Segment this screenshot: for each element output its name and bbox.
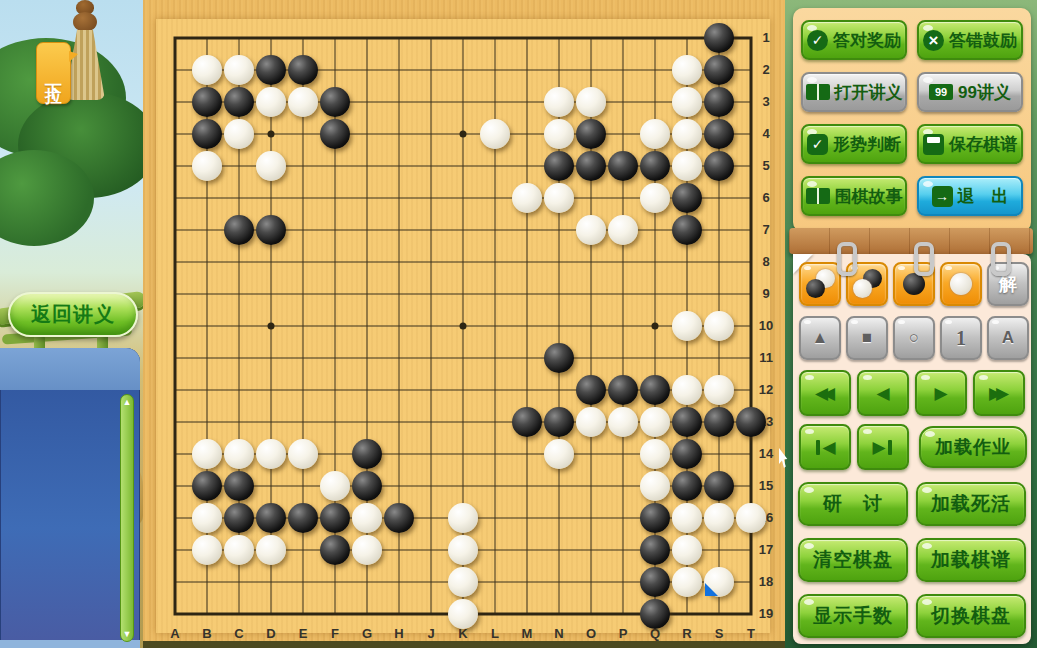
tassel-straw: [65, 30, 105, 100]
button-label: 99讲义: [958, 81, 1011, 104]
check-circle-icon: ✓: [807, 30, 828, 51]
stone-Q12[interactable]: [640, 375, 670, 405]
col-label-G: G: [357, 626, 377, 641]
show-move-numbers-button[interactable]: 显示手数: [798, 594, 908, 638]
step-forward-icon: ▶: [934, 383, 947, 404]
stone-S12[interactable]: [704, 375, 734, 405]
open-book-icon: [806, 84, 830, 100]
col-label-B: B: [197, 626, 217, 641]
play-white-button[interactable]: [940, 262, 982, 306]
col-label-R: R: [677, 626, 697, 641]
stone-G16[interactable]: [352, 503, 382, 533]
play-black-white-button[interactable]: [799, 262, 841, 306]
to-end-bar-icon: [888, 440, 892, 455]
nav-buttons: ◀▶: [799, 424, 909, 470]
stone-P13[interactable]: [608, 407, 638, 437]
stone-G14[interactable]: [352, 439, 382, 469]
square-marker-button[interactable]: ■: [846, 316, 888, 360]
stone-D3[interactable]: [256, 87, 286, 117]
stone-O4[interactable]: [576, 119, 606, 149]
row-label-15: 15: [753, 478, 779, 494]
stone-B14[interactable]: [192, 439, 222, 469]
stone-D16[interactable]: [256, 503, 286, 533]
clear-board-button[interactable]: 清空棋盘: [798, 538, 908, 582]
pull-down-bubble[interactable]: 下拉: [36, 42, 71, 104]
row-label-19: 19: [753, 606, 779, 622]
col-label-C: C: [229, 626, 249, 641]
col-label-H: H: [389, 626, 409, 641]
button-label: 围棋故事: [835, 185, 903, 208]
letter-marker-button[interactable]: A: [987, 316, 1029, 360]
save-kifu-button[interactable]: 保存棋谱: [917, 124, 1023, 164]
stone-G15[interactable]: [352, 471, 382, 501]
lecture-panel-footer: [0, 640, 140, 648]
stone-D14[interactable]: [256, 439, 286, 469]
stone-Q17[interactable]: [640, 535, 670, 565]
floppy-save-icon: [923, 134, 944, 155]
stone-S13[interactable]: [704, 407, 734, 437]
load-kifu-button[interactable]: 加载棋谱: [916, 538, 1026, 582]
stone-T13[interactable]: [736, 407, 766, 437]
stone-N4[interactable]: [544, 119, 574, 149]
button-label: 研 讨: [823, 491, 883, 517]
triangle-marker-button[interactable]: ▲: [799, 316, 841, 360]
scroll-up-icon[interactable]: ▲: [123, 397, 132, 407]
stone-D2[interactable]: [256, 55, 286, 85]
stone-N14[interactable]: [544, 439, 574, 469]
cross-circle-icon: ×: [923, 30, 944, 51]
stone-S1[interactable]: [704, 23, 734, 53]
stone-Q18[interactable]: [640, 567, 670, 597]
binder-ring: [991, 242, 1011, 276]
nav-row: ◀▶ 加载作业: [799, 424, 1027, 470]
stone-D5[interactable]: [256, 151, 286, 181]
stone-C15[interactable]: [224, 471, 254, 501]
stone-M13[interactable]: [512, 407, 542, 437]
stone-H16[interactable]: [384, 503, 414, 533]
binder-ring: [914, 242, 934, 276]
row-label-5: 5: [753, 158, 779, 174]
left-scene: 下拉 返回讲义 ▲ ▼: [0, 0, 143, 648]
number-marker-icon: 1: [956, 327, 966, 350]
goban[interactable]: ABCDEFGHJKLMNOPQRST 12345678910111213141…: [143, 0, 791, 648]
stone-Q4[interactable]: [640, 119, 670, 149]
stone-R3[interactable]: [672, 87, 702, 117]
white-stone-icon: [950, 273, 972, 295]
stone-O3[interactable]: [576, 87, 606, 117]
stone-B3[interactable]: [192, 87, 222, 117]
stone-R5[interactable]: [672, 151, 702, 181]
lecture-scrollbar[interactable]: ▲ ▼: [120, 394, 134, 642]
stone-P12[interactable]: [608, 375, 638, 405]
to-end-button[interactable]: ▶: [857, 424, 909, 470]
tassel-bead: [73, 12, 97, 32]
row-label-11: 11: [753, 350, 779, 366]
to-end-icon: ▶: [872, 437, 885, 458]
col-label-E: E: [293, 626, 313, 641]
stone-S2[interactable]: [704, 55, 734, 85]
stone-T16[interactable]: [736, 503, 766, 533]
circle-marker-icon: ○: [909, 328, 919, 348]
stone-R4[interactable]: [672, 119, 702, 149]
stone-Q6[interactable]: [640, 183, 670, 213]
stone-N5[interactable]: [544, 151, 574, 181]
row-label-8: 8: [753, 254, 779, 270]
row-label-14: 14: [753, 446, 779, 462]
stone-S16[interactable]: [704, 503, 734, 533]
stone-N13[interactable]: [544, 407, 574, 437]
exit-button[interactable]: →退 出: [917, 176, 1023, 216]
rewind-button[interactable]: ◀◀: [799, 370, 851, 416]
stone-F17[interactable]: [320, 535, 350, 565]
black-stone-icon: [903, 273, 925, 295]
stone-R10[interactable]: [672, 311, 702, 341]
judge-position-button[interactable]: ✓形势判断: [801, 124, 907, 164]
menu-buttons: ✓答对奖励×答错鼓励打开讲义9999讲义✓形势判断保存棋谱围棋故事→退 出: [801, 20, 1023, 216]
stone-L4[interactable]: [480, 119, 510, 149]
stone-M6[interactable]: [512, 183, 542, 213]
stone-Q16[interactable]: [640, 503, 670, 533]
stone-R13[interactable]: [672, 407, 702, 437]
row-label-6: 6: [753, 190, 779, 206]
wrong-encourage-button[interactable]: ×答错鼓励: [917, 20, 1023, 60]
col-label-D: D: [261, 626, 281, 641]
stone-K17[interactable]: [448, 535, 478, 565]
row-label-4: 4: [753, 126, 779, 142]
button-label: 加载棋谱: [931, 547, 1011, 573]
stone-K16[interactable]: [448, 503, 478, 533]
stone-B5[interactable]: [192, 151, 222, 181]
stone-C4[interactable]: [224, 119, 254, 149]
binder-ring: [837, 242, 857, 276]
button-label: 答错鼓励: [949, 29, 1017, 52]
button-label: 形势判断: [833, 133, 901, 156]
stone-B15[interactable]: [192, 471, 222, 501]
stone-R16[interactable]: [672, 503, 702, 533]
open-lecture-button[interactable]: 打开讲义: [801, 72, 907, 112]
stone-C7[interactable]: [224, 215, 254, 245]
stone-R14[interactable]: [672, 439, 702, 469]
stone-C14[interactable]: [224, 439, 254, 469]
col-label-P: P: [613, 626, 633, 641]
stone-C17[interactable]: [224, 535, 254, 565]
button-label: 切换棋盘: [931, 603, 1011, 629]
stone-E2[interactable]: [288, 55, 318, 85]
stone-C16[interactable]: [224, 503, 254, 533]
book-99-icon: 99: [929, 84, 953, 100]
discuss-button[interactable]: 研 讨: [798, 482, 908, 526]
step-back-button[interactable]: ◀: [857, 370, 909, 416]
black-stone-icon: [806, 279, 825, 298]
fast-forward-button[interactable]: ▶▶: [973, 370, 1025, 416]
col-label-F: F: [325, 626, 345, 641]
stone-C2[interactable]: [224, 55, 254, 85]
stone-N11[interactable]: [544, 343, 574, 373]
square-marker-icon: ■: [862, 328, 872, 348]
stone-B17[interactable]: [192, 535, 222, 565]
stone-F15[interactable]: [320, 471, 350, 501]
move-marker-triangle: [705, 583, 718, 596]
stone-B16[interactable]: [192, 503, 222, 533]
stone-N3[interactable]: [544, 87, 574, 117]
button-label: 显示手数: [813, 603, 893, 629]
button-label: 打开讲义: [835, 81, 903, 104]
stone-E14[interactable]: [288, 439, 318, 469]
stone-E16[interactable]: [288, 503, 318, 533]
stone-O12[interactable]: [576, 375, 606, 405]
col-label-M: M: [517, 626, 537, 641]
row-label-9: 9: [753, 286, 779, 302]
stone-O7[interactable]: [576, 215, 606, 245]
switch-board-button[interactable]: 切换棋盘: [916, 594, 1026, 638]
stone-D17[interactable]: [256, 535, 286, 565]
rewind-icon: ◀◀: [815, 383, 835, 404]
stone-Q13[interactable]: [640, 407, 670, 437]
scroll-down-icon[interactable]: ▼: [123, 629, 132, 639]
stone-R7[interactable]: [672, 215, 702, 245]
menu-panel: ✓答对奖励×答错鼓励打开讲义9999讲义✓形势判断保存棋谱围棋故事→退 出: [793, 8, 1031, 232]
marker-row: ▲■○1A: [799, 316, 1029, 360]
to-start-button[interactable]: ◀: [799, 424, 851, 470]
step-back-icon: ◀: [876, 383, 889, 404]
stone-R2[interactable]: [672, 55, 702, 85]
row-label-12: 12: [753, 382, 779, 398]
row-label-7: 7: [753, 222, 779, 238]
letter-marker-icon: A: [1002, 328, 1014, 348]
stone-S4[interactable]: [704, 119, 734, 149]
lecture-99-button[interactable]: 9999讲义: [917, 72, 1023, 112]
stone-F16[interactable]: [320, 503, 350, 533]
stone-N6[interactable]: [544, 183, 574, 213]
bubble-check-icon: ✓: [807, 134, 828, 155]
button-label: 退 出: [958, 185, 1009, 208]
stone-R18[interactable]: [672, 567, 702, 597]
col-label-N: N: [549, 626, 569, 641]
stone-S15[interactable]: [704, 471, 734, 501]
stone-Q5[interactable]: [640, 151, 670, 181]
lecture-panel-header: [0, 348, 140, 390]
exit-arrow-icon: →: [932, 186, 953, 207]
circle-marker-button[interactable]: ○: [893, 316, 935, 360]
stone-O13[interactable]: [576, 407, 606, 437]
stone-R12[interactable]: [672, 375, 702, 405]
right-panel: ✓答对奖励×答错鼓励打开讲义9999讲义✓形势判断保存棋谱围棋故事→退 出 解 …: [785, 0, 1037, 648]
load-homework-button[interactable]: 加载作业: [919, 426, 1027, 468]
stone-F3[interactable]: [320, 87, 350, 117]
step-forward-button[interactable]: ▶: [915, 370, 967, 416]
col-label-O: O: [581, 626, 601, 641]
story-book-icon: [806, 188, 830, 204]
stone-S3[interactable]: [704, 87, 734, 117]
number-marker-button[interactable]: 1: [940, 316, 982, 360]
row-label-17: 17: [753, 542, 779, 558]
action-buttons: 研 讨加载死活清空棋盘加载棋谱显示手数切换棋盘: [798, 482, 1026, 638]
stone-P5[interactable]: [608, 151, 638, 181]
stone-R15[interactable]: [672, 471, 702, 501]
stone-D7[interactable]: [256, 215, 286, 245]
lecture-panel: ▲ ▼: [0, 348, 140, 648]
stone-E3[interactable]: [288, 87, 318, 117]
stone-B4[interactable]: [192, 119, 222, 149]
button-label: 保存棋谱: [949, 133, 1017, 156]
triangle-marker-icon: ▲: [812, 328, 829, 348]
fast-forward-icon: ▶▶: [989, 383, 1009, 404]
stone-S5[interactable]: [704, 151, 734, 181]
col-label-S: S: [709, 626, 729, 641]
stone-K19[interactable]: [448, 599, 478, 629]
to-start-icon: ◀: [822, 437, 835, 458]
row-label-3: 3: [753, 94, 779, 110]
button-label: 加载死活: [931, 491, 1011, 517]
load-life-death-button[interactable]: 加载死活: [916, 482, 1026, 526]
stone-Q19[interactable]: [640, 599, 670, 629]
button-label: 清空棋盘: [813, 547, 893, 573]
stone-K18[interactable]: [448, 567, 478, 597]
white-stone-icon: [853, 279, 872, 298]
stone-F4[interactable]: [320, 119, 350, 149]
row-label-10: 10: [753, 318, 779, 334]
stone-C3[interactable]: [224, 87, 254, 117]
stone-Q15[interactable]: [640, 471, 670, 501]
row-label-1: 1: [753, 30, 779, 46]
col-label-T: T: [741, 626, 761, 641]
back-to-lecture-button[interactable]: 返回讲义: [8, 292, 138, 337]
row-label-2: 2: [753, 62, 779, 78]
app-window: 下拉 返回讲义 ▲ ▼ ABCDEFGHJKLMNOPQRST 12345678…: [0, 0, 1037, 648]
stone-P7[interactable]: [608, 215, 638, 245]
stone-R17[interactable]: [672, 535, 702, 565]
tool-panel: 解 ▲■○1A ◀◀◀▶▶▶ ◀▶ 加载作业 研 讨加载死活清空棋盘加载棋谱显示…: [793, 254, 1031, 644]
go-story-button[interactable]: 围棋故事: [801, 176, 907, 216]
stone-G17[interactable]: [352, 535, 382, 565]
col-label-A: A: [165, 626, 185, 641]
stone-Q14[interactable]: [640, 439, 670, 469]
stone-B2[interactable]: [192, 55, 222, 85]
playback-row: ◀◀◀▶▶▶: [799, 370, 1025, 416]
correct-reward-button[interactable]: ✓答对奖励: [801, 20, 907, 60]
stone-R6[interactable]: [672, 183, 702, 213]
col-label-L: L: [485, 626, 505, 641]
board-bottom-edge: [143, 641, 791, 648]
row-label-18: 18: [753, 574, 779, 590]
stone-O5[interactable]: [576, 151, 606, 181]
stone-S10[interactable]: [704, 311, 734, 341]
button-label: 答对奖励: [833, 29, 901, 52]
to-start-bar-icon: [816, 440, 820, 455]
col-label-J: J: [421, 626, 441, 641]
